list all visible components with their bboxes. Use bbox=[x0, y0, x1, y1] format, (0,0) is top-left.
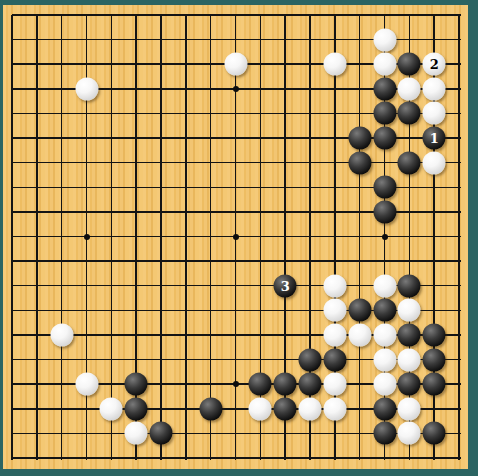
white-stone[interactable] bbox=[398, 422, 421, 445]
black-stone[interactable] bbox=[249, 373, 272, 396]
white-stone[interactable] bbox=[323, 53, 346, 76]
white-stone[interactable] bbox=[373, 28, 396, 51]
black-stone[interactable] bbox=[348, 299, 371, 322]
grid-line-vertical bbox=[458, 15, 460, 460]
white-stone[interactable] bbox=[323, 373, 346, 396]
white-stone[interactable] bbox=[373, 348, 396, 371]
black-stone[interactable] bbox=[373, 77, 396, 100]
black-stone[interactable] bbox=[274, 373, 297, 396]
white-stone[interactable] bbox=[323, 397, 346, 420]
black-stone[interactable] bbox=[348, 151, 371, 174]
white-stone[interactable] bbox=[224, 53, 247, 76]
white-stone[interactable] bbox=[323, 299, 346, 322]
white-stone[interactable] bbox=[423, 151, 446, 174]
black-stone[interactable] bbox=[373, 176, 396, 199]
white-stone[interactable] bbox=[373, 53, 396, 76]
grid-line-vertical bbox=[61, 15, 63, 460]
white-stone[interactable] bbox=[373, 373, 396, 396]
black-stone[interactable] bbox=[373, 299, 396, 322]
white-stone[interactable] bbox=[398, 348, 421, 371]
black-stone[interactable] bbox=[323, 348, 346, 371]
grid-line-vertical bbox=[160, 15, 162, 460]
white-stone[interactable] bbox=[249, 397, 272, 420]
black-stone[interactable] bbox=[373, 422, 396, 445]
grid-line-horizontal bbox=[12, 260, 461, 262]
black-stone[interactable] bbox=[423, 323, 446, 346]
black-stone[interactable] bbox=[423, 373, 446, 396]
star-point bbox=[382, 234, 388, 240]
black-stone[interactable] bbox=[348, 127, 371, 150]
star-point bbox=[233, 381, 239, 387]
black-stone[interactable] bbox=[125, 397, 148, 420]
black-stone[interactable] bbox=[373, 127, 396, 150]
white-stone[interactable] bbox=[100, 397, 123, 420]
white-stone[interactable] bbox=[299, 397, 322, 420]
grid-line-horizontal bbox=[12, 162, 461, 164]
white-stone[interactable] bbox=[323, 274, 346, 297]
white-stone[interactable] bbox=[373, 323, 396, 346]
black-stone[interactable] bbox=[398, 102, 421, 125]
black-stone[interactable] bbox=[398, 53, 421, 76]
white-stone[interactable] bbox=[75, 373, 98, 396]
white-stone[interactable] bbox=[323, 323, 346, 346]
black-stone[interactable] bbox=[373, 397, 396, 420]
board-frame: 213 bbox=[0, 0, 478, 476]
black-stone[interactable] bbox=[423, 348, 446, 371]
black-stone[interactable] bbox=[150, 422, 173, 445]
grid-line-vertical bbox=[359, 15, 361, 460]
black-stone[interactable] bbox=[373, 200, 396, 223]
white-stone[interactable] bbox=[125, 422, 148, 445]
white-stone[interactable] bbox=[398, 77, 421, 100]
move-number-label: 3 bbox=[281, 279, 290, 292]
white-stone[interactable] bbox=[398, 299, 421, 322]
grid-line-horizontal bbox=[12, 457, 461, 459]
grid-line-vertical bbox=[11, 15, 13, 460]
white-stone[interactable] bbox=[75, 77, 98, 100]
black-stone[interactable] bbox=[373, 102, 396, 125]
black-stone[interactable] bbox=[398, 373, 421, 396]
grid-line-vertical bbox=[36, 15, 38, 460]
white-stone[interactable] bbox=[398, 397, 421, 420]
move-number-label: 1 bbox=[430, 132, 439, 145]
move-number-label: 2 bbox=[430, 58, 439, 71]
white-stone[interactable] bbox=[423, 77, 446, 100]
go-diagram: 213 bbox=[0, 0, 478, 476]
black-stone[interactable] bbox=[423, 422, 446, 445]
grid-line-vertical bbox=[111, 15, 113, 460]
grid-line-vertical bbox=[210, 15, 212, 460]
star-point bbox=[233, 86, 239, 92]
black-stone[interactable] bbox=[398, 274, 421, 297]
black-stone[interactable] bbox=[199, 397, 222, 420]
star-point bbox=[84, 234, 90, 240]
grid-line-horizontal bbox=[12, 14, 461, 16]
black-stone[interactable] bbox=[125, 373, 148, 396]
black-stone[interactable] bbox=[299, 348, 322, 371]
grid-line-vertical bbox=[185, 15, 187, 460]
black-stone[interactable]: 1 bbox=[423, 127, 446, 150]
black-stone[interactable] bbox=[299, 373, 322, 396]
black-stone[interactable] bbox=[274, 397, 297, 420]
black-stone[interactable] bbox=[398, 151, 421, 174]
white-stone[interactable] bbox=[348, 323, 371, 346]
go-board[interactable]: 213 bbox=[3, 5, 468, 469]
star-point bbox=[233, 234, 239, 240]
white-stone[interactable] bbox=[423, 102, 446, 125]
black-stone[interactable]: 3 bbox=[274, 274, 297, 297]
white-stone[interactable] bbox=[50, 323, 73, 346]
white-stone[interactable] bbox=[373, 274, 396, 297]
white-stone[interactable]: 2 bbox=[423, 53, 446, 76]
black-stone[interactable] bbox=[398, 323, 421, 346]
